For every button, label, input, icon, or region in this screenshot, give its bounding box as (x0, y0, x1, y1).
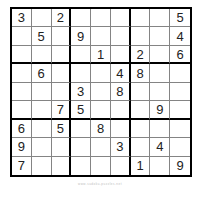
sudoku-cell[interactable] (150, 120, 170, 138)
sudoku-cell[interactable] (52, 64, 72, 82)
sudoku-cell[interactable] (71, 120, 91, 138)
sudoku-cell[interactable] (52, 138, 72, 156)
sudoku-cell[interactable] (12, 46, 32, 64)
sudoku-cell[interactable] (71, 157, 91, 175)
sudoku-cell[interactable]: 3 (12, 9, 32, 27)
sudoku-cell[interactable] (170, 64, 190, 82)
sudoku-cell[interactable]: 1 (91, 46, 111, 64)
sudoku-cell[interactable]: 5 (71, 101, 91, 119)
sudoku-cell[interactable] (111, 120, 131, 138)
sudoku-cell[interactable] (131, 27, 151, 45)
sudoku-cell[interactable] (170, 83, 190, 101)
sudoku-cell[interactable]: 6 (32, 64, 52, 82)
sudoku-board: 32559412664838759658934719 (10, 7, 192, 177)
sudoku-cell[interactable] (91, 138, 111, 156)
sudoku-cell[interactable] (52, 83, 72, 101)
sudoku-cell[interactable] (131, 83, 151, 101)
sudoku-cell[interactable] (131, 138, 151, 156)
sudoku-cell[interactable]: 9 (170, 157, 190, 175)
sudoku-cell[interactable] (52, 157, 72, 175)
sudoku-cell[interactable] (91, 27, 111, 45)
sudoku-cell[interactable] (131, 101, 151, 119)
sudoku-cell[interactable] (12, 64, 32, 82)
sudoku-cell[interactable] (32, 83, 52, 101)
sudoku-cell[interactable]: 7 (52, 101, 72, 119)
sudoku-cell[interactable]: 1 (131, 157, 151, 175)
sudoku-cell[interactable] (111, 101, 131, 119)
sudoku-cell[interactable] (12, 101, 32, 119)
sudoku-cell[interactable] (111, 27, 131, 45)
sudoku-cell[interactable] (111, 46, 131, 64)
sudoku-cell[interactable] (32, 157, 52, 175)
sudoku-cell[interactable] (170, 120, 190, 138)
sudoku-cell[interactable]: 3 (71, 83, 91, 101)
sudoku-cell[interactable] (71, 9, 91, 27)
sudoku-cell[interactable] (150, 9, 170, 27)
sudoku-cell[interactable]: 2 (131, 46, 151, 64)
sudoku-cell[interactable] (32, 46, 52, 64)
sudoku-cell[interactable] (12, 27, 32, 45)
sudoku-cell[interactable] (12, 83, 32, 101)
sudoku-cell[interactable] (32, 138, 52, 156)
sudoku-cell[interactable]: 5 (170, 9, 190, 27)
sudoku-cell[interactable] (71, 138, 91, 156)
sudoku-cell[interactable] (170, 138, 190, 156)
sudoku-cell[interactable]: 8 (111, 83, 131, 101)
sudoku-cell[interactable] (91, 64, 111, 82)
sudoku-cell[interactable] (111, 9, 131, 27)
watermark: www.sudoku-puzzles.net (0, 182, 200, 186)
sudoku-cell[interactable]: 4 (150, 138, 170, 156)
sudoku-cell[interactable] (150, 27, 170, 45)
sudoku-cell[interactable]: 3 (111, 138, 131, 156)
sudoku-cell[interactable] (150, 83, 170, 101)
sudoku-cell[interactable] (131, 120, 151, 138)
sudoku-cell[interactable] (170, 101, 190, 119)
sudoku-cell[interactable]: 8 (91, 120, 111, 138)
sudoku-cell[interactable] (131, 9, 151, 27)
sudoku-cell[interactable] (111, 157, 131, 175)
sudoku-cell[interactable] (150, 64, 170, 82)
sudoku-cell[interactable]: 6 (170, 46, 190, 64)
sudoku-cell[interactable] (71, 46, 91, 64)
sudoku-cell[interactable]: 9 (150, 101, 170, 119)
sudoku-cell[interactable]: 2 (52, 9, 72, 27)
sudoku-cell[interactable]: 4 (111, 64, 131, 82)
sudoku-cell[interactable]: 7 (12, 157, 32, 175)
sudoku-cell[interactable] (91, 101, 111, 119)
sudoku-cell[interactable] (91, 83, 111, 101)
sudoku-cell[interactable] (32, 120, 52, 138)
sudoku-cell[interactable] (32, 9, 52, 27)
sudoku-cell[interactable] (91, 157, 111, 175)
sudoku-cell[interactable]: 8 (131, 64, 151, 82)
sudoku-cell[interactable]: 5 (52, 120, 72, 138)
sudoku-cell[interactable] (32, 101, 52, 119)
sudoku-cell[interactable]: 9 (71, 27, 91, 45)
sudoku-cell[interactable]: 4 (170, 27, 190, 45)
sudoku-cell[interactable] (150, 46, 170, 64)
sudoku-cell[interactable]: 6 (12, 120, 32, 138)
sudoku-cell[interactable] (52, 46, 72, 64)
sudoku-cell[interactable]: 5 (32, 27, 52, 45)
sudoku-cell[interactable] (71, 64, 91, 82)
sudoku-cell[interactable] (52, 27, 72, 45)
sudoku-cell[interactable]: 9 (12, 138, 32, 156)
sudoku-cell[interactable] (91, 9, 111, 27)
sudoku-cell[interactable] (150, 157, 170, 175)
